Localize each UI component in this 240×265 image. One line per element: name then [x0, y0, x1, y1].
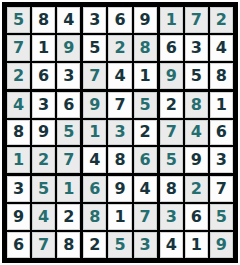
cell-r4c1[interactable]: 4	[7, 92, 30, 118]
cell-r7c3[interactable]: 1	[57, 176, 80, 202]
cell-r9c6[interactable]: 3	[134, 232, 157, 258]
cell-r2c4[interactable]: 5	[83, 35, 106, 61]
sudoku-box-3: 172634958	[160, 7, 233, 89]
cell-r4c4[interactable]: 9	[83, 92, 106, 118]
cell-r9c9[interactable]: 9	[210, 232, 233, 258]
page: 5847192633695287411726349584368951279751…	[0, 0, 240, 265]
cell-r8c9[interactable]: 5	[210, 204, 233, 230]
sudoku-box-1: 584719263	[7, 7, 80, 89]
cell-r2c9[interactable]: 4	[210, 35, 233, 61]
sudoku-box-2: 369528741	[83, 7, 156, 89]
sudoku-box-5: 975132486	[83, 92, 156, 174]
cell-r6c1[interactable]: 1	[7, 147, 30, 173]
cell-r7c6[interactable]: 4	[134, 176, 157, 202]
cell-r2c1[interactable]: 7	[7, 35, 30, 61]
cell-r1c1[interactable]: 5	[7, 7, 30, 33]
cell-r8c4[interactable]: 8	[83, 204, 106, 230]
sudoku-box-7: 351942678	[7, 176, 80, 258]
cell-r4c5[interactable]: 7	[108, 92, 131, 118]
cell-r1c9[interactable]: 2	[210, 7, 233, 33]
cell-r8c2[interactable]: 4	[32, 204, 55, 230]
cell-r3c9[interactable]: 8	[210, 63, 233, 89]
cell-r1c2[interactable]: 8	[32, 7, 55, 33]
cell-r6c2[interactable]: 2	[32, 147, 55, 173]
sudoku-board: 5847192633695287411726349584368951279751…	[2, 2, 238, 263]
cell-r1c3[interactable]: 4	[57, 7, 80, 33]
cell-r7c7[interactable]: 8	[160, 176, 183, 202]
cell-r3c4[interactable]: 7	[83, 63, 106, 89]
cell-r2c5[interactable]: 2	[108, 35, 131, 61]
cell-r5c8[interactable]: 4	[185, 120, 208, 146]
cell-r9c1[interactable]: 6	[7, 232, 30, 258]
cell-r6c3[interactable]: 7	[57, 147, 80, 173]
cell-r9c8[interactable]: 1	[185, 232, 208, 258]
cell-r5c3[interactable]: 5	[57, 120, 80, 146]
cell-r6c9[interactable]: 3	[210, 147, 233, 173]
cell-r5c7[interactable]: 7	[160, 120, 183, 146]
cell-r9c7[interactable]: 4	[160, 232, 183, 258]
cell-r7c2[interactable]: 5	[32, 176, 55, 202]
cell-r6c7[interactable]: 5	[160, 147, 183, 173]
cell-r8c6[interactable]: 7	[134, 204, 157, 230]
cell-r3c2[interactable]: 6	[32, 63, 55, 89]
cell-r3c5[interactable]: 4	[108, 63, 131, 89]
sudoku-box-9: 827365419	[160, 176, 233, 258]
cell-r2c8[interactable]: 3	[185, 35, 208, 61]
cell-r7c8[interactable]: 2	[185, 176, 208, 202]
cell-r3c1[interactable]: 2	[7, 63, 30, 89]
cell-r1c6[interactable]: 9	[134, 7, 157, 33]
cell-r4c3[interactable]: 6	[57, 92, 80, 118]
sudoku-box-6: 281746593	[160, 92, 233, 174]
cell-r8c1[interactable]: 9	[7, 204, 30, 230]
cell-r4c6[interactable]: 5	[134, 92, 157, 118]
cell-r2c7[interactable]: 6	[160, 35, 183, 61]
cell-r7c1[interactable]: 3	[7, 176, 30, 202]
cell-r8c8[interactable]: 6	[185, 204, 208, 230]
cell-r2c3[interactable]: 9	[57, 35, 80, 61]
cell-r5c5[interactable]: 3	[108, 120, 131, 146]
cell-r3c6[interactable]: 1	[134, 63, 157, 89]
cell-r6c6[interactable]: 6	[134, 147, 157, 173]
cell-r5c9[interactable]: 6	[210, 120, 233, 146]
cell-r6c4[interactable]: 4	[83, 147, 106, 173]
cell-r1c4[interactable]: 3	[83, 7, 106, 33]
cell-r9c2[interactable]: 7	[32, 232, 55, 258]
cell-r4c8[interactable]: 8	[185, 92, 208, 118]
cell-r3c3[interactable]: 3	[57, 63, 80, 89]
cell-r3c8[interactable]: 5	[185, 63, 208, 89]
cell-r8c3[interactable]: 2	[57, 204, 80, 230]
sudoku-box-8: 694817253	[83, 176, 156, 258]
cell-r5c2[interactable]: 9	[32, 120, 55, 146]
cell-r5c6[interactable]: 2	[134, 120, 157, 146]
cell-r2c2[interactable]: 1	[32, 35, 55, 61]
cell-r5c4[interactable]: 1	[83, 120, 106, 146]
cell-r3c7[interactable]: 9	[160, 63, 183, 89]
cell-r4c2[interactable]: 3	[32, 92, 55, 118]
cell-r6c5[interactable]: 8	[108, 147, 131, 173]
cell-r7c9[interactable]: 7	[210, 176, 233, 202]
cell-r4c9[interactable]: 1	[210, 92, 233, 118]
cell-r7c4[interactable]: 6	[83, 176, 106, 202]
cell-r9c3[interactable]: 8	[57, 232, 80, 258]
cell-r1c8[interactable]: 7	[185, 7, 208, 33]
cell-r6c8[interactable]: 9	[185, 147, 208, 173]
cell-r4c7[interactable]: 2	[160, 92, 183, 118]
sudoku-box-4: 436895127	[7, 92, 80, 174]
cell-r7c5[interactable]: 9	[108, 176, 131, 202]
cell-r1c5[interactable]: 6	[108, 7, 131, 33]
cell-r1c7[interactable]: 1	[160, 7, 183, 33]
cell-r2c6[interactable]: 8	[134, 35, 157, 61]
cell-r8c7[interactable]: 3	[160, 204, 183, 230]
cell-r5c1[interactable]: 8	[7, 120, 30, 146]
cell-r8c5[interactable]: 1	[108, 204, 131, 230]
cell-r9c4[interactable]: 2	[83, 232, 106, 258]
cell-r9c5[interactable]: 5	[108, 232, 131, 258]
